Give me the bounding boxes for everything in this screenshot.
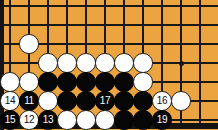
go-stone-black-move-19: 19 [152, 110, 171, 129]
go-stone-white [19, 34, 38, 53]
move-number-label: 14 [5, 96, 15, 106]
go-stone-white [38, 53, 57, 72]
go-stone-white [171, 91, 190, 110]
go-stone-white-move-16: 16 [152, 91, 171, 110]
go-stone-white [76, 110, 95, 129]
go-stone-black [57, 72, 76, 91]
go-stone-black [76, 91, 95, 110]
go-stone-black [114, 72, 133, 91]
go-stone-black [57, 91, 76, 110]
go-stone-white [114, 53, 133, 72]
go-stone-white [133, 53, 152, 72]
go-stone-white [19, 72, 38, 91]
go-stone-black-move-13: 13 [38, 110, 57, 129]
go-stone-white [0, 72, 19, 91]
go-stone-black-move-11: 11 [19, 91, 38, 110]
move-number-label: 13 [43, 115, 53, 125]
go-stone-white [95, 53, 114, 72]
go-stone-black-move-17: 17 [95, 91, 114, 110]
go-stone-black [114, 91, 133, 110]
move-number-label: 16 [157, 96, 167, 106]
go-stone-black [133, 110, 152, 129]
go-stone-white [57, 110, 76, 129]
go-stone-black [114, 110, 133, 129]
go-stone-black [133, 91, 152, 110]
go-stone-white-move-12: 12 [19, 110, 38, 129]
go-stone-black-move-15: 15 [0, 110, 19, 129]
move-number-label: 17 [100, 96, 110, 106]
move-number-label: 19 [157, 115, 167, 125]
go-board-diagram: 1411171615121319 [0, 0, 218, 130]
move-number-label: 11 [24, 96, 34, 106]
go-stone-white [95, 110, 114, 129]
go-board: 1411171615121319 [1, 0, 210, 130]
go-stone-white [57, 53, 76, 72]
go-stone-white-move-14: 14 [0, 91, 19, 110]
go-stone-black [95, 72, 114, 91]
move-number-label: 15 [5, 115, 15, 125]
go-stone-white [76, 53, 95, 72]
move-number-label: 12 [24, 115, 34, 125]
go-stone-white [133, 72, 152, 91]
go-stone-white [38, 91, 57, 110]
go-stone-black [38, 72, 57, 91]
go-stone-black [76, 72, 95, 91]
